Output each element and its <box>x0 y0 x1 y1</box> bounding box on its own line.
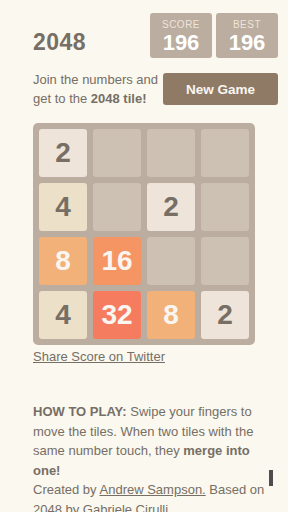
intro-goal-bold: 2048 tile! <box>91 91 147 106</box>
credits-based-on: Based on <box>206 482 265 497</box>
scrollbar-thumb[interactable] <box>269 470 273 486</box>
tile-2: 2 <box>201 291 249 339</box>
score-box: SCORE 196 <box>150 13 212 58</box>
empty-cell <box>147 237 195 285</box>
howto-line3: same number touch, they <box>33 443 183 458</box>
share-score-link[interactable]: Share Score on Twitter <box>33 349 165 364</box>
score-value: 196 <box>163 31 200 55</box>
score-panel: SCORE 196 BEST 196 <box>150 13 278 58</box>
tile-16: 16 <box>93 237 141 285</box>
tile-4: 4 <box>39 291 87 339</box>
app-title: 2048 <box>33 29 86 56</box>
howto-heading: HOW TO PLAY: <box>33 404 127 419</box>
tile-4: 4 <box>39 183 87 231</box>
empty-cell <box>93 183 141 231</box>
intro-text: Join the numbers and get to the 2048 til… <box>33 70 167 108</box>
original-game-link[interactable]: 2048 by Gabriele Cirulli <box>33 502 168 512</box>
empty-cell <box>147 129 195 177</box>
tile-32: 32 <box>93 291 141 339</box>
best-box: BEST 196 <box>216 13 278 58</box>
author-link[interactable]: Andrew Sampson. <box>100 482 206 497</box>
empty-cell <box>93 129 141 177</box>
tile-8: 8 <box>39 237 87 285</box>
empty-cell <box>201 129 249 177</box>
howto-line2: move the tiles. When two tiles with the <box>33 424 253 439</box>
empty-cell <box>201 237 249 285</box>
tile-2: 2 <box>147 183 195 231</box>
tile-2: 2 <box>39 129 87 177</box>
best-value: 196 <box>229 31 266 55</box>
app-screen: 2048 SCORE 196 BEST 196 Join the numbers… <box>0 0 288 512</box>
empty-cell <box>201 183 249 231</box>
howto-text: HOW TO PLAY: Swipe your fingers tomove t… <box>33 402 275 512</box>
board[interactable]: 24281643282 <box>33 123 255 345</box>
tile-8: 8 <box>147 291 195 339</box>
credits-prefix: Created by <box>33 482 100 497</box>
new-game-button[interactable]: New Game <box>163 73 278 105</box>
howto-line1: Swipe your fingers to <box>127 404 252 419</box>
